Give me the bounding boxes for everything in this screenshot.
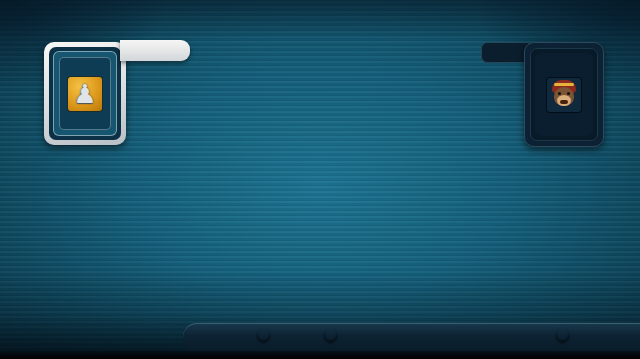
screen-bottom-edge [0, 351, 640, 359]
player-left-clock [120, 40, 190, 61]
xbox-x-button-icon[interactable] [257, 329, 270, 342]
game-screen: ♟ [0, 0, 640, 359]
hide-button[interactable] [324, 329, 342, 342]
avatar: ♟ [68, 77, 102, 111]
avatar [547, 78, 581, 112]
player-right-clock [481, 42, 528, 63]
2d-board-button[interactable] [252, 329, 270, 342]
player-right-avatar-frame [524, 42, 604, 147]
pawn-mascot-icon: ♟ [73, 81, 96, 107]
player-left-avatar-frame: ♟ [44, 42, 126, 145]
select-button[interactable] [551, 329, 569, 342]
button-legend-bar [183, 323, 640, 353]
xbox-a-button-icon[interactable] [556, 329, 569, 342]
xbox-y-button-icon[interactable] [324, 329, 337, 342]
